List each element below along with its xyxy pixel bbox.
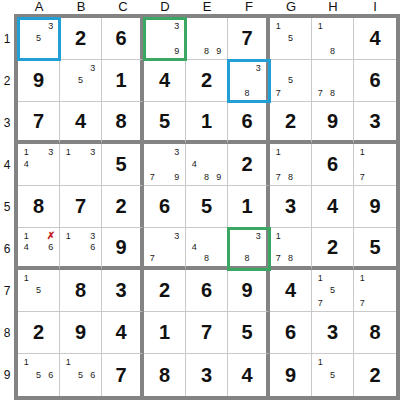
cell-I5[interactable]: 9 (354, 186, 396, 228)
candidate-3: 3 (171, 146, 183, 158)
cell-A4[interactable]: 134 (18, 144, 60, 186)
cell-E7[interactable]: 6 (186, 270, 228, 312)
candidate-3: 3 (253, 230, 264, 241)
digit: 1 (102, 60, 140, 101)
candidate-1: 1 (20, 230, 32, 241)
digit: 9 (270, 354, 311, 396)
cell-A7[interactable]: 15 (18, 270, 60, 312)
pencil-marks: 17 (356, 272, 394, 309)
cell-D5[interactable]: 6 (144, 186, 186, 228)
candidate-3: 3 (171, 20, 183, 32)
cell-A2[interactable]: 9 (18, 60, 60, 102)
cell-E3[interactable]: 1 (186, 102, 228, 144)
candidate-9: 9 (171, 45, 183, 57)
pencil-marks: 136 (62, 230, 99, 264)
pencil-marks: 134 (20, 146, 57, 183)
digit: 8 (60, 270, 101, 311)
cell-G2[interactable]: 57 (270, 60, 312, 102)
cell-A5[interactable]: 8 (18, 186, 60, 228)
candidate-8: 8 (326, 87, 338, 99)
candidate-1: 1 (62, 356, 74, 369)
candidate-7: 7 (356, 297, 369, 309)
cell-H8[interactable]: 3 (312, 312, 354, 354)
candidate-1: 1 (356, 146, 369, 158)
digit: 8 (354, 312, 396, 353)
cell-F8[interactable]: 5 (228, 312, 270, 354)
cell-A9[interactable]: 156 (18, 354, 60, 396)
pencil-marks: 15 (314, 356, 351, 394)
cell-A8[interactable]: 2 (18, 312, 60, 354)
candidate-1: 1 (62, 230, 74, 241)
cell-C6[interactable]: 9 (102, 228, 144, 270)
candidate-1: 1 (314, 272, 326, 284)
digit: 1 (228, 186, 266, 227)
cell-C4[interactable]: 5 (102, 144, 144, 186)
candidate-1: 1 (20, 356, 32, 369)
candidate-1: 1 (272, 20, 284, 32)
digit: 8 (144, 354, 185, 396)
row-label-6: 6 (4, 242, 11, 256)
digit: 9 (102, 228, 140, 266)
candidate-3: 3 (45, 146, 57, 158)
candidate-8: 8 (284, 171, 296, 183)
cell-F2[interactable]: 38 (228, 60, 270, 102)
digit: 4 (144, 60, 185, 101)
row-labels: 123456789 (0, 14, 14, 400)
cell-F7[interactable]: 9 (228, 270, 270, 312)
cell-F5[interactable]: 1 (228, 186, 270, 228)
pencil-marks: 379 (146, 146, 183, 183)
candidate-6: 6 (45, 369, 57, 382)
candidate-3: 3 (45, 20, 57, 32)
row-label-3: 3 (4, 116, 11, 130)
candidate-3: 3 (253, 62, 264, 74)
cell-B2[interactable]: 35 (60, 60, 102, 102)
cell-H3[interactable]: 9 (312, 102, 354, 144)
cell-H1[interactable]: 18 (312, 18, 354, 60)
candidate-4: 4 (20, 158, 32, 170)
digit: 9 (354, 186, 396, 227)
cell-D8[interactable]: 1 (144, 312, 186, 354)
cell-D3[interactable]: 5 (144, 102, 186, 144)
candidate-8: 8 (200, 253, 212, 264)
col-label-E: E (203, 0, 212, 14)
cell-D4[interactable]: 379 (144, 144, 186, 186)
digit: 2 (186, 60, 227, 101)
candidate-5: 5 (32, 284, 44, 296)
candidate-4: 4 (188, 241, 200, 252)
digit: 3 (312, 312, 353, 353)
pencil-marks: 35 (62, 62, 99, 99)
digit: 4 (102, 312, 140, 353)
candidate-8: 8 (241, 253, 252, 264)
cell-I7[interactable]: 17 (354, 270, 396, 312)
cell-D6[interactable]: 37 (144, 228, 186, 270)
cell-H4[interactable]: 6 (312, 144, 354, 186)
candidate-1: 1 (62, 146, 74, 158)
col-label-F: F (245, 0, 253, 14)
row-label-9: 9 (4, 368, 11, 382)
pencil-marks: 39 (146, 20, 183, 57)
digit: 3 (354, 102, 396, 140)
candidate-1: 1 (314, 20, 326, 32)
digit: 5 (102, 144, 140, 185)
cell-C7[interactable]: 3 (102, 270, 144, 312)
digit: 2 (270, 102, 311, 140)
digit: 8 (18, 186, 59, 227)
candidate-3: 3 (87, 62, 99, 74)
digit: 4 (270, 270, 311, 311)
cell-B5[interactable]: 7 (60, 186, 102, 228)
digit: 6 (270, 312, 311, 353)
candidate-1: 1 (272, 230, 284, 241)
candidate-3: 3 (87, 230, 99, 241)
candidate-6: 6 (45, 241, 57, 252)
pencil-marks: 57 (272, 62, 309, 99)
digit: 9 (18, 60, 59, 101)
digit: 1 (144, 312, 185, 353)
pencil-marks: 178 (272, 146, 309, 183)
cell-H9[interactable]: 15 (312, 354, 354, 396)
candidate-9: 9 (213, 171, 225, 183)
corner-spacer (0, 0, 14, 14)
digit: 2 (312, 228, 353, 266)
candidate-5: 5 (32, 369, 44, 382)
col-label-G: G (286, 0, 296, 14)
cell-G9[interactable]: 9 (270, 354, 312, 396)
candidate-6: 6 (87, 369, 99, 382)
pencil-marks: 89 (188, 20, 225, 57)
cell-G1[interactable]: 15 (270, 18, 312, 60)
col-label-H: H (328, 0, 337, 14)
digit: 6 (102, 18, 140, 59)
digit: 3 (270, 186, 311, 227)
cell-F1[interactable]: 7 (228, 18, 270, 60)
candidate-5: 5 (326, 284, 338, 296)
col-label-D: D (160, 0, 169, 14)
candidate-8: 8 (200, 171, 212, 183)
digit: 4 (354, 18, 396, 59)
pencil-marks: 157 (314, 272, 351, 309)
cell-E6[interactable]: 48 (186, 228, 228, 270)
cell-I6[interactable]: 5 (354, 228, 396, 270)
cell-A3[interactable]: 7 (18, 102, 60, 144)
cell-H5[interactable]: 4 (312, 186, 354, 228)
cell-E5[interactable]: 5 (186, 186, 228, 228)
candidate-1: 1 (272, 146, 284, 158)
cell-G5[interactable]: 3 (270, 186, 312, 228)
pencil-marks: 489 (188, 146, 225, 183)
digit: 5 (354, 228, 396, 266)
cell-H2[interactable]: 78 (312, 60, 354, 102)
digit: 2 (18, 312, 59, 353)
cell-D2[interactable]: 4 (144, 60, 186, 102)
pencil-marks: 48 (188, 230, 225, 264)
digit: 7 (228, 18, 266, 59)
cell-G6[interactable]: 178 (270, 228, 312, 270)
digit: 5 (186, 186, 227, 227)
digit: 2 (60, 18, 101, 59)
candidate-4: 4 (20, 241, 32, 252)
pencil-marks: 18 (314, 20, 351, 57)
digit: 6 (186, 270, 227, 311)
cell-C5[interactable]: 2 (102, 186, 144, 228)
candidate-8: 8 (284, 253, 296, 264)
col-label-C: C (118, 0, 127, 14)
candidate-8: 8 (326, 45, 338, 57)
digit: 7 (186, 312, 227, 353)
candidate-5: 5 (326, 369, 338, 382)
digit: 2 (144, 270, 185, 311)
cell-B1[interactable]: 2 (60, 18, 102, 60)
candidate-1: 1 (356, 272, 369, 284)
pencil-marks: 156 (20, 356, 57, 394)
digit: 9 (60, 312, 101, 353)
candidate-7: 7 (356, 171, 369, 183)
row-label-7: 7 (4, 284, 11, 298)
candidate-3: 3 (87, 146, 99, 158)
cell-A6[interactable]: 1✗46 (18, 228, 60, 270)
digit: 5 (144, 102, 185, 140)
pencil-marks: 156 (62, 356, 99, 394)
row-label-4: 4 (4, 158, 11, 172)
sudoku-page: ABCDEFGHI 123456789 35263989715184935142… (0, 0, 400, 400)
candidate-4: 4 (188, 158, 200, 170)
cell-E9[interactable]: 3 (186, 354, 228, 396)
sudoku-board: 3526398971518493514238577867485162931341… (14, 14, 400, 400)
cell-E4[interactable]: 489 (186, 144, 228, 186)
digit: 4 (60, 102, 101, 140)
candidate-1: 1 (20, 146, 32, 158)
pencil-marks: 178 (272, 230, 309, 264)
cell-B8[interactable]: 9 (60, 312, 102, 354)
row-label-5: 5 (4, 200, 11, 214)
row-label-1: 1 (4, 32, 11, 46)
cell-G3[interactable]: 2 (270, 102, 312, 144)
digit: 6 (312, 144, 353, 185)
cell-A1[interactable]: 35 (18, 18, 60, 60)
pencil-marks: 38 (230, 230, 264, 264)
cell-I4[interactable]: 17 (354, 144, 396, 186)
digit: 2 (354, 354, 396, 396)
cell-D1[interactable]: 39 (144, 18, 186, 60)
cell-B6[interactable]: 136 (60, 228, 102, 270)
digit: 6 (228, 102, 266, 140)
cell-C1[interactable]: 6 (102, 18, 144, 60)
candidate-7: 7 (314, 87, 326, 99)
digit: 2 (228, 144, 266, 185)
eliminated-candidate-x-icon: ✗ (45, 230, 57, 241)
candidate-1: 1 (20, 272, 32, 284)
cell-I3[interactable]: 3 (354, 102, 396, 144)
digit: 8 (102, 102, 140, 140)
candidate-7: 7 (272, 171, 284, 183)
cell-F3[interactable]: 6 (228, 102, 270, 144)
digit: 4 (228, 354, 266, 396)
candidate-1: 1 (314, 356, 326, 369)
column-labels: ABCDEFGHI (14, 0, 400, 14)
digit: 2 (102, 186, 140, 227)
candidate-7: 7 (314, 297, 326, 309)
digit: 5 (228, 312, 266, 353)
digit: 7 (102, 354, 140, 396)
cell-B7[interactable]: 8 (60, 270, 102, 312)
cell-I2[interactable]: 6 (354, 60, 396, 102)
candidate-7: 7 (272, 87, 284, 99)
digit: 9 (312, 102, 353, 140)
cell-F4[interactable]: 2 (228, 144, 270, 186)
cell-E8[interactable]: 7 (186, 312, 228, 354)
candidate-8: 8 (241, 87, 252, 99)
digit: 6 (144, 186, 185, 227)
candidate-5: 5 (74, 369, 86, 382)
cell-C8[interactable]: 4 (102, 312, 144, 354)
candidate-7: 7 (146, 171, 158, 183)
candidate-5: 5 (32, 32, 44, 44)
digit: 9 (228, 270, 266, 311)
cell-G7[interactable]: 4 (270, 270, 312, 312)
cell-C9[interactable]: 7 (102, 354, 144, 396)
digit: 3 (102, 270, 140, 311)
cell-C3[interactable]: 8 (102, 102, 144, 144)
candidate-5: 5 (74, 74, 86, 86)
cell-H6[interactable]: 2 (312, 228, 354, 270)
cell-H7[interactable]: 157 (312, 270, 354, 312)
candidate-3: 3 (171, 230, 183, 241)
pencil-marks: 15 (272, 20, 309, 57)
cell-F6[interactable]: 38 (228, 228, 270, 270)
pencil-marks: 38 (230, 62, 264, 99)
candidate-7: 7 (146, 253, 158, 264)
cell-I1[interactable]: 4 (354, 18, 396, 60)
pencil-marks: 17 (356, 146, 394, 183)
candidate-8: 8 (200, 45, 212, 57)
candidate-5: 5 (284, 32, 296, 44)
col-label-I: I (373, 0, 377, 14)
cell-B3[interactable]: 4 (60, 102, 102, 144)
cell-I9[interactable]: 2 (354, 354, 396, 396)
cell-B9[interactable]: 156 (60, 354, 102, 396)
cell-B4[interactable]: 13 (60, 144, 102, 186)
candidate-5: 5 (284, 74, 296, 86)
digit: 7 (18, 102, 59, 140)
cell-D7[interactable]: 2 (144, 270, 186, 312)
cell-C2[interactable]: 1 (102, 60, 144, 102)
row-label-2: 2 (4, 74, 11, 88)
digit: 4 (312, 186, 353, 227)
digit: 1 (186, 102, 227, 140)
digit: 6 (354, 60, 396, 101)
digit: 7 (60, 186, 101, 227)
cell-F9[interactable]: 4 (228, 354, 270, 396)
digit: 3 (186, 354, 227, 396)
pencil-marks: 13 (62, 146, 99, 183)
candidate-6: 6 (87, 241, 99, 252)
pencil-marks: 1✗46 (20, 230, 57, 264)
col-label-A: A (35, 0, 44, 14)
candidate-9: 9 (171, 171, 183, 183)
cell-I8[interactable]: 8 (354, 312, 396, 354)
pencil-marks: 37 (146, 230, 183, 264)
cell-D9[interactable]: 8 (144, 354, 186, 396)
row-label-8: 8 (4, 326, 11, 340)
candidate-9: 9 (213, 45, 225, 57)
cell-G4[interactable]: 178 (270, 144, 312, 186)
candidate-7: 7 (272, 253, 284, 264)
cell-G8[interactable]: 6 (270, 312, 312, 354)
cell-E1[interactable]: 89 (186, 18, 228, 60)
pencil-marks: 15 (20, 272, 57, 309)
col-label-B: B (77, 0, 86, 14)
cell-E2[interactable]: 2 (186, 60, 228, 102)
pencil-marks: 35 (20, 20, 57, 57)
pencil-marks: 78 (314, 62, 351, 99)
